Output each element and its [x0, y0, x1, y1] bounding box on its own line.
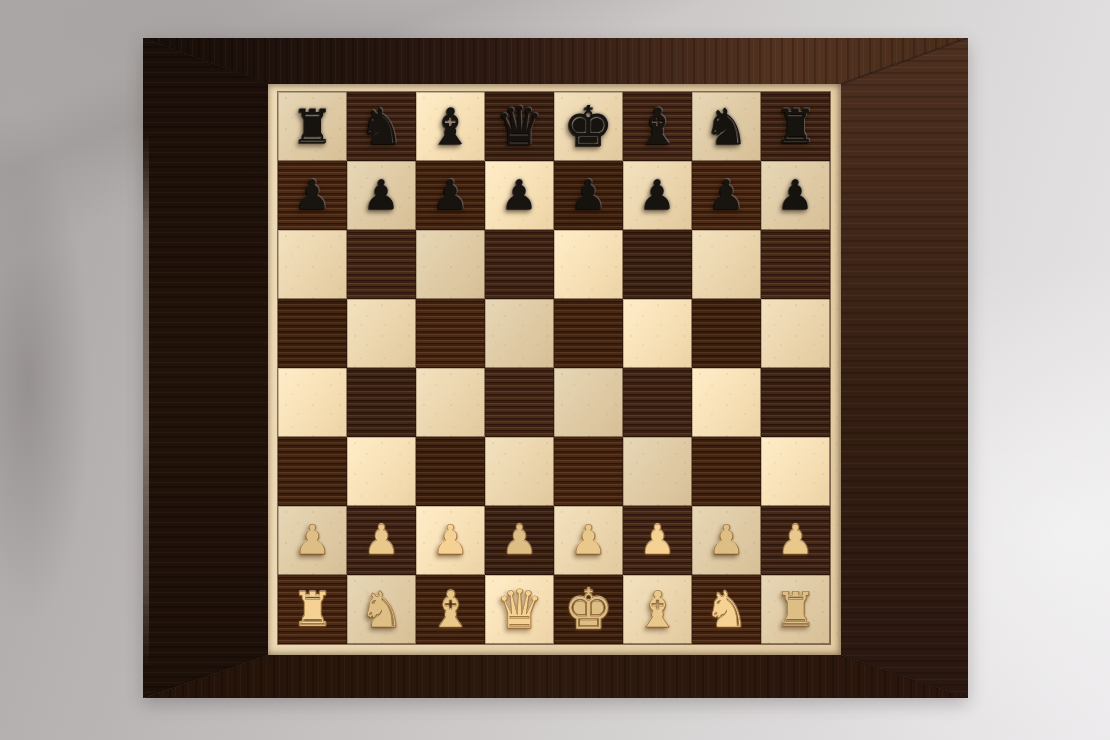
square-h4[interactable] [761, 368, 830, 437]
square-f5[interactable] [623, 299, 692, 368]
piece-black-pawn[interactable]: ♟ [777, 175, 814, 216]
square-h6[interactable] [761, 230, 830, 299]
square-f4[interactable] [623, 368, 692, 437]
square-c1[interactable]: ♝ [416, 575, 485, 644]
square-e3[interactable] [554, 437, 623, 506]
piece-white-pawn[interactable]: ♟ [639, 520, 676, 561]
square-b8[interactable]: ♞ [347, 92, 416, 161]
piece-black-pawn[interactable]: ♟ [570, 175, 607, 216]
square-d7[interactable]: ♟ [485, 161, 554, 230]
piece-black-pawn[interactable]: ♟ [708, 175, 745, 216]
square-c7[interactable]: ♟ [416, 161, 485, 230]
piece-black-bishop[interactable]: ♝ [428, 102, 473, 152]
square-g8[interactable]: ♞ [692, 92, 761, 161]
piece-white-bishop[interactable]: ♝ [428, 585, 473, 635]
square-d6[interactable] [485, 230, 554, 299]
square-a4[interactable] [278, 368, 347, 437]
square-c5[interactable] [416, 299, 485, 368]
square-b2[interactable]: ♟ [347, 506, 416, 575]
square-f2[interactable]: ♟ [623, 506, 692, 575]
photo-scene: ♜♞♝♛♚♝♞♜♟♟♟♟♟♟♟♟♟♟♟♟♟♟♟♟♜♞♝♛♚♝♞♜ [0, 0, 1110, 740]
square-f8[interactable]: ♝ [623, 92, 692, 161]
square-d8[interactable]: ♛ [485, 92, 554, 161]
piece-black-king[interactable]: ♚ [563, 99, 613, 155]
square-d4[interactable] [485, 368, 554, 437]
piece-black-queen[interactable]: ♛ [495, 100, 543, 154]
square-a6[interactable] [278, 230, 347, 299]
piece-black-pawn[interactable]: ♟ [432, 175, 469, 216]
piece-white-pawn[interactable]: ♟ [777, 520, 814, 561]
square-a1[interactable]: ♜ [278, 575, 347, 644]
frame-left-sheen [143, 133, 149, 668]
square-e5[interactable] [554, 299, 623, 368]
square-d3[interactable] [485, 437, 554, 506]
square-a5[interactable] [278, 299, 347, 368]
square-f6[interactable] [623, 230, 692, 299]
piece-white-rook[interactable]: ♜ [774, 586, 816, 633]
piece-black-pawn[interactable]: ♟ [363, 175, 400, 216]
square-b3[interactable] [347, 437, 416, 506]
square-b1[interactable]: ♞ [347, 575, 416, 644]
piece-white-pawn[interactable]: ♟ [570, 520, 607, 561]
square-a2[interactable]: ♟ [278, 506, 347, 575]
square-a7[interactable]: ♟ [278, 161, 347, 230]
square-g3[interactable] [692, 437, 761, 506]
square-a8[interactable]: ♜ [278, 92, 347, 161]
piece-white-bishop[interactable]: ♝ [635, 585, 680, 635]
square-g6[interactable] [692, 230, 761, 299]
piece-white-pawn[interactable]: ♟ [501, 520, 538, 561]
square-h2[interactable]: ♟ [761, 506, 830, 575]
square-g5[interactable] [692, 299, 761, 368]
square-c8[interactable]: ♝ [416, 92, 485, 161]
square-e4[interactable] [554, 368, 623, 437]
square-h3[interactable] [761, 437, 830, 506]
piece-white-pawn[interactable]: ♟ [432, 520, 469, 561]
piece-white-knight[interactable]: ♞ [359, 585, 404, 635]
square-h5[interactable] [761, 299, 830, 368]
square-e2[interactable]: ♟ [554, 506, 623, 575]
square-g1[interactable]: ♞ [692, 575, 761, 644]
square-a3[interactable] [278, 437, 347, 506]
square-c3[interactable] [416, 437, 485, 506]
piece-white-knight[interactable]: ♞ [704, 585, 749, 635]
piece-white-pawn[interactable]: ♟ [708, 520, 745, 561]
square-e8[interactable]: ♚ [554, 92, 623, 161]
square-h8[interactable]: ♜ [761, 92, 830, 161]
square-e6[interactable] [554, 230, 623, 299]
piece-white-rook[interactable]: ♜ [291, 586, 333, 633]
piece-white-pawn[interactable]: ♟ [294, 520, 331, 561]
square-c6[interactable] [416, 230, 485, 299]
piece-black-pawn[interactable]: ♟ [501, 175, 538, 216]
piece-black-rook[interactable]: ♜ [774, 103, 816, 150]
piece-black-pawn[interactable]: ♟ [294, 175, 331, 216]
piece-black-knight[interactable]: ♞ [704, 102, 749, 152]
square-f1[interactable]: ♝ [623, 575, 692, 644]
square-c4[interactable] [416, 368, 485, 437]
square-b5[interactable] [347, 299, 416, 368]
square-d2[interactable]: ♟ [485, 506, 554, 575]
square-g2[interactable]: ♟ [692, 506, 761, 575]
piece-white-queen[interactable]: ♛ [495, 583, 543, 637]
square-d1[interactable]: ♛ [485, 575, 554, 644]
piece-black-bishop[interactable]: ♝ [635, 102, 680, 152]
square-e1[interactable]: ♚ [554, 575, 623, 644]
piece-black-rook[interactable]: ♜ [291, 103, 333, 150]
square-e7[interactable]: ♟ [554, 161, 623, 230]
square-g4[interactable] [692, 368, 761, 437]
square-b6[interactable] [347, 230, 416, 299]
chess-board[interactable]: ♜♞♝♛♚♝♞♜♟♟♟♟♟♟♟♟♟♟♟♟♟♟♟♟♜♞♝♛♚♝♞♜ [278, 92, 830, 644]
square-f7[interactable]: ♟ [623, 161, 692, 230]
square-h1[interactable]: ♜ [761, 575, 830, 644]
square-g7[interactable]: ♟ [692, 161, 761, 230]
square-f3[interactable] [623, 437, 692, 506]
piece-white-pawn[interactable]: ♟ [363, 520, 400, 561]
square-h7[interactable]: ♟ [761, 161, 830, 230]
piece-white-king[interactable]: ♚ [563, 582, 613, 638]
piece-black-knight[interactable]: ♞ [359, 102, 404, 152]
square-b7[interactable]: ♟ [347, 161, 416, 230]
square-d5[interactable] [485, 299, 554, 368]
piece-black-pawn[interactable]: ♟ [639, 175, 676, 216]
square-c2[interactable]: ♟ [416, 506, 485, 575]
square-b4[interactable] [347, 368, 416, 437]
